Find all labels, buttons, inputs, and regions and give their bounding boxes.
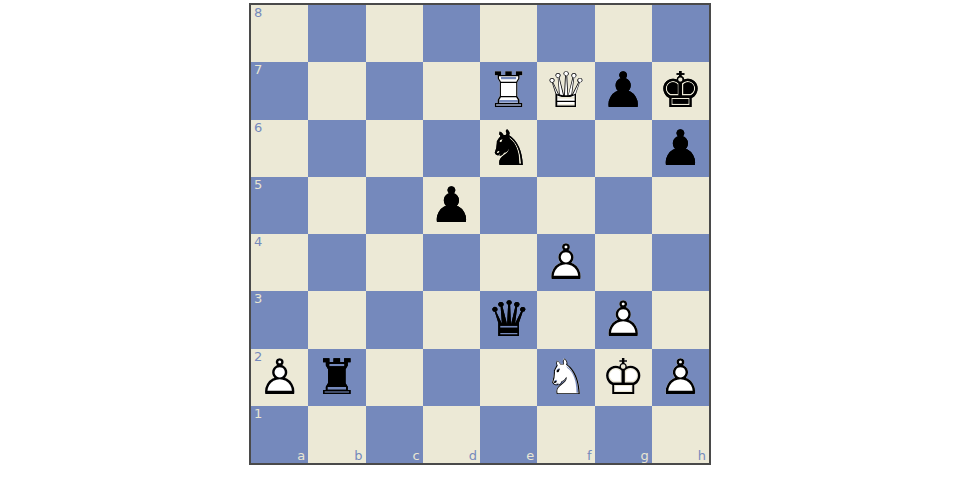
square-h6[interactable]: ♟♟	[652, 120, 709, 177]
square-c6[interactable]	[366, 120, 423, 177]
square-g1[interactable]: g	[595, 406, 652, 463]
square-d8[interactable]	[423, 5, 480, 62]
square-a8[interactable]: 8	[251, 5, 308, 62]
piece-white-knight-f2[interactable]: ♞♘	[537, 349, 594, 406]
square-e4[interactable]	[480, 234, 537, 291]
black-knight-icon: ♞	[480, 120, 537, 177]
black-queen-icon: ♛	[480, 291, 537, 348]
white-queen-icon: ♕	[537, 62, 594, 119]
square-f2[interactable]: ♞♘	[537, 349, 594, 406]
square-e2[interactable]	[480, 349, 537, 406]
square-a3[interactable]: 3	[251, 291, 308, 348]
black-pawn-icon: ♟	[652, 120, 709, 177]
square-c1[interactable]: c	[366, 406, 423, 463]
square-h8[interactable]	[652, 5, 709, 62]
square-e3[interactable]: ♛♛	[480, 291, 537, 348]
square-d6[interactable]	[423, 120, 480, 177]
square-h4[interactable]	[652, 234, 709, 291]
square-h5[interactable]	[652, 177, 709, 234]
piece-white-pawn-g3[interactable]: ♟♙	[595, 291, 652, 348]
square-c3[interactable]	[366, 291, 423, 348]
square-f1[interactable]: f	[537, 406, 594, 463]
black-pawn-icon: ♟	[423, 177, 480, 234]
square-g4[interactable]	[595, 234, 652, 291]
square-f5[interactable]	[537, 177, 594, 234]
chess-board-frame: 87♜♖♛♕♟♟♚♚6♞♞♟♟5♟♟4♟♙3♛♛♟♙2♟♙♜♜♞♘♚♔♟♙1ab…	[249, 3, 711, 465]
square-d2[interactable]	[423, 349, 480, 406]
piece-white-king-g2[interactable]: ♚♔	[595, 349, 652, 406]
square-g6[interactable]	[595, 120, 652, 177]
square-h7[interactable]: ♚♚	[652, 62, 709, 119]
square-c8[interactable]	[366, 5, 423, 62]
file-label-e: e	[526, 449, 534, 463]
square-c5[interactable]	[366, 177, 423, 234]
square-g7[interactable]: ♟♟	[595, 62, 652, 119]
piece-black-pawn-h6[interactable]: ♟♟	[652, 120, 709, 177]
square-g2[interactable]: ♚♔	[595, 349, 652, 406]
square-f7[interactable]: ♛♕	[537, 62, 594, 119]
square-f8[interactable]	[537, 5, 594, 62]
square-h1[interactable]: h	[652, 406, 709, 463]
file-label-c: c	[413, 449, 420, 463]
rank-label-6: 6	[254, 121, 262, 135]
square-c2[interactable]	[366, 349, 423, 406]
square-d4[interactable]	[423, 234, 480, 291]
square-d5[interactable]: ♟♟	[423, 177, 480, 234]
white-pawn-icon: ♙	[251, 349, 308, 406]
piece-black-pawn-g7[interactable]: ♟♟	[595, 62, 652, 119]
piece-white-rook-e7[interactable]: ♜♖	[480, 62, 537, 119]
piece-white-pawn-a2[interactable]: ♟♙	[251, 349, 308, 406]
square-b8[interactable]	[308, 5, 365, 62]
square-e1[interactable]: e	[480, 406, 537, 463]
square-a4[interactable]: 4	[251, 234, 308, 291]
white-rook-icon: ♖	[480, 62, 537, 119]
square-g3[interactable]: ♟♙	[595, 291, 652, 348]
rank-label-1: 1	[254, 407, 262, 421]
square-d7[interactable]	[423, 62, 480, 119]
square-g8[interactable]	[595, 5, 652, 62]
rank-label-7: 7	[254, 63, 262, 77]
piece-white-queen-f7[interactable]: ♛♕	[537, 62, 594, 119]
square-f4[interactable]: ♟♙	[537, 234, 594, 291]
white-pawn-icon: ♙	[652, 349, 709, 406]
chess-board: 87♜♖♛♕♟♟♚♚6♞♞♟♟5♟♟4♟♙3♛♛♟♙2♟♙♜♜♞♘♚♔♟♙1ab…	[251, 5, 709, 463]
square-h3[interactable]	[652, 291, 709, 348]
square-a2[interactable]: 2♟♙	[251, 349, 308, 406]
piece-black-queen-e3[interactable]: ♛♛	[480, 291, 537, 348]
square-g5[interactable]	[595, 177, 652, 234]
square-d1[interactable]: d	[423, 406, 480, 463]
black-rook-icon: ♜	[308, 349, 365, 406]
file-label-a: a	[297, 449, 305, 463]
piece-black-king-h7[interactable]: ♚♚	[652, 62, 709, 119]
white-knight-icon: ♘	[537, 349, 594, 406]
square-a6[interactable]: 6	[251, 120, 308, 177]
square-d3[interactable]	[423, 291, 480, 348]
white-pawn-icon: ♙	[537, 234, 594, 291]
page: 87♜♖♛♕♟♟♚♚6♞♞♟♟5♟♟4♟♙3♛♛♟♙2♟♙♜♜♞♘♚♔♟♙1ab…	[0, 0, 960, 480]
square-a7[interactable]: 7	[251, 62, 308, 119]
square-c4[interactable]	[366, 234, 423, 291]
black-pawn-icon: ♟	[595, 62, 652, 119]
piece-black-pawn-d5[interactable]: ♟♟	[423, 177, 480, 234]
file-label-f: f	[587, 449, 592, 463]
piece-black-knight-e6[interactable]: ♞♞	[480, 120, 537, 177]
file-label-d: d	[469, 449, 477, 463]
piece-white-pawn-h2[interactable]: ♟♙	[652, 349, 709, 406]
square-b1[interactable]: b	[308, 406, 365, 463]
piece-black-rook-b2[interactable]: ♜♜	[308, 349, 365, 406]
square-f6[interactable]	[537, 120, 594, 177]
square-e5[interactable]	[480, 177, 537, 234]
rank-label-3: 3	[254, 292, 262, 306]
square-e7[interactable]: ♜♖	[480, 62, 537, 119]
rank-label-5: 5	[254, 178, 262, 192]
square-b2[interactable]: ♜♜	[308, 349, 365, 406]
square-b3[interactable]	[308, 291, 365, 348]
square-f3[interactable]	[537, 291, 594, 348]
square-h2[interactable]: ♟♙	[652, 349, 709, 406]
file-label-g: g	[640, 449, 648, 463]
square-b4[interactable]	[308, 234, 365, 291]
rank-label-4: 4	[254, 235, 262, 249]
square-e6[interactable]: ♞♞	[480, 120, 537, 177]
white-king-icon: ♔	[595, 349, 652, 406]
rank-label-8: 8	[254, 6, 262, 20]
file-label-b: b	[354, 449, 362, 463]
square-a1[interactable]: 1a	[251, 406, 308, 463]
white-pawn-icon: ♙	[595, 291, 652, 348]
square-a5[interactable]: 5	[251, 177, 308, 234]
file-label-h: h	[698, 449, 706, 463]
square-b5[interactable]	[308, 177, 365, 234]
black-king-icon: ♚	[652, 62, 709, 119]
square-c7[interactable]	[366, 62, 423, 119]
square-b7[interactable]	[308, 62, 365, 119]
square-b6[interactable]	[308, 120, 365, 177]
square-e8[interactable]	[480, 5, 537, 62]
piece-white-pawn-f4[interactable]: ♟♙	[537, 234, 594, 291]
